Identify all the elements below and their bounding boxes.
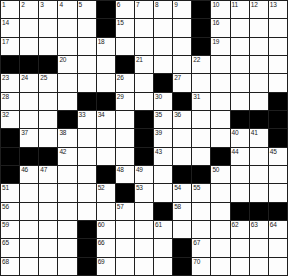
cell-r0c2[interactable]: 3	[39, 1, 57, 18]
cell-r0c8[interactable]: 8	[154, 1, 172, 18]
cell-r13c2[interactable]	[39, 239, 57, 256]
clue-number: 14	[2, 19, 9, 27]
block-cell-r8c1	[20, 148, 38, 165]
cell-r10c5[interactable]: 52	[97, 184, 115, 201]
clue-number: 53	[136, 184, 143, 192]
clue-number: 20	[59, 56, 66, 64]
clue-number: 29	[117, 93, 124, 101]
cell-r11c6[interactable]: 57	[116, 203, 134, 220]
cell-r1c0[interactable]: 14	[1, 19, 19, 36]
block-cell-r1c5	[97, 19, 115, 36]
block-cell-r4c8	[154, 74, 172, 91]
cell-r12c14[interactable]: 64	[269, 221, 287, 238]
block-cell-r13c9	[173, 239, 191, 256]
cell-r2c14[interactable]	[269, 38, 287, 55]
cell-r10c0[interactable]: 51	[1, 184, 19, 201]
cell-r12c5[interactable]: 60	[97, 221, 115, 238]
clue-number: 51	[2, 184, 9, 192]
cell-r14c2[interactable]	[39, 258, 57, 275]
cell-r2c12[interactable]	[231, 38, 249, 55]
cell-r11c2[interactable]	[39, 203, 57, 220]
cell-r9c13[interactable]	[250, 166, 268, 183]
clue-number: 54	[174, 184, 181, 192]
cell-r3c11[interactable]	[211, 56, 229, 73]
block-cell-r3c2	[39, 56, 57, 73]
cell-r3c8[interactable]	[154, 56, 172, 73]
clue-number: 24	[21, 74, 28, 82]
cell-r14c1[interactable]	[20, 258, 38, 275]
cell-r14c14[interactable]	[269, 258, 287, 275]
cell-r0c12[interactable]: 11	[231, 1, 249, 18]
cell-r6c0[interactable]: 32	[1, 111, 19, 128]
cell-r13c6[interactable]	[116, 239, 134, 256]
cell-r13c7[interactable]	[135, 239, 153, 256]
clue-number: 10	[212, 1, 219, 9]
cell-r6c6[interactable]	[116, 111, 134, 128]
block-cell-r9c5	[97, 166, 115, 183]
clue-number: 26	[117, 74, 124, 82]
cell-r0c11[interactable]: 10	[211, 1, 229, 18]
cell-r10c9[interactable]: 54	[173, 184, 191, 201]
cell-r9c7[interactable]: 49	[135, 166, 153, 183]
clue-number: 1	[2, 1, 5, 9]
cell-r5c10[interactable]: 31	[192, 93, 210, 110]
clue-number: 63	[251, 221, 258, 229]
block-cell-r8c11	[211, 148, 229, 165]
block-cell-r3c1	[20, 56, 38, 73]
cell-r8c14[interactable]: 45	[269, 148, 287, 165]
cell-r10c14[interactable]	[269, 184, 287, 201]
block-cell-r13c4	[78, 239, 96, 256]
cell-r11c4[interactable]	[78, 203, 96, 220]
block-cell-r7c14	[269, 129, 287, 146]
cell-r1c9[interactable]	[173, 19, 191, 36]
cell-r13c0[interactable]: 65	[1, 239, 19, 256]
cell-r4c14[interactable]	[269, 74, 287, 91]
cell-r5c13[interactable]	[250, 93, 268, 110]
cell-r2c3[interactable]	[58, 38, 76, 55]
cell-r2c7[interactable]	[135, 38, 153, 55]
cell-r8c6[interactable]	[116, 148, 134, 165]
cell-r0c9[interactable]: 9	[173, 1, 191, 18]
clue-number: 56	[2, 203, 9, 211]
cell-r7c12[interactable]: 40	[231, 129, 249, 146]
cell-r11c1[interactable]	[20, 203, 38, 220]
cell-r14c12[interactable]	[231, 258, 249, 275]
cell-r13c11[interactable]	[211, 239, 229, 256]
clue-number: 36	[174, 111, 181, 119]
cell-r4c12[interactable]	[231, 74, 249, 91]
cell-r13c14[interactable]	[269, 239, 287, 256]
cell-r2c4[interactable]	[78, 38, 96, 55]
block-cell-r12c4	[78, 221, 96, 238]
cell-r2c5[interactable]: 18	[97, 38, 115, 55]
clue-number: 3	[40, 1, 43, 9]
clue-number: 30	[155, 93, 162, 101]
clue-number: 18	[98, 38, 105, 46]
cell-r14c3[interactable]	[58, 258, 76, 275]
cell-r3c4[interactable]	[78, 56, 96, 73]
cell-r1c12[interactable]	[231, 19, 249, 36]
cell-r3c9[interactable]	[173, 56, 191, 73]
block-cell-r3c6	[116, 56, 134, 73]
clue-number: 34	[98, 111, 105, 119]
cell-r2c13[interactable]	[250, 38, 268, 55]
cell-r2c11[interactable]: 19	[211, 38, 229, 55]
cell-r8c9[interactable]	[173, 148, 191, 165]
cell-r4c7[interactable]	[135, 74, 153, 91]
clue-number: 33	[79, 111, 86, 119]
block-cell-r7c0	[1, 129, 19, 146]
block-cell-r0c10	[192, 1, 210, 18]
cell-r12c0[interactable]: 59	[1, 221, 19, 238]
clue-number: 52	[98, 184, 105, 192]
cell-r6c9[interactable]: 36	[173, 111, 191, 128]
cell-r2c2[interactable]	[39, 38, 57, 55]
block-cell-r2c10	[192, 38, 210, 55]
cell-r5c11[interactable]	[211, 93, 229, 110]
cell-r7c6[interactable]	[116, 129, 134, 146]
cell-r10c7[interactable]: 53	[135, 184, 153, 201]
cell-r4c3[interactable]	[58, 74, 76, 91]
cell-r9c14[interactable]	[269, 166, 287, 183]
clue-number: 46	[21, 166, 28, 174]
block-cell-r6c13	[250, 111, 268, 128]
cell-r4c13[interactable]	[250, 74, 268, 91]
cell-r4c10[interactable]	[192, 74, 210, 91]
cell-r2c9[interactable]	[173, 38, 191, 55]
cell-r4c0[interactable]: 23	[1, 74, 19, 91]
cell-r10c3[interactable]	[58, 184, 76, 201]
clue-number: 65	[2, 239, 9, 247]
clue-number: 61	[155, 221, 162, 229]
cell-r5c6[interactable]: 29	[116, 93, 134, 110]
clue-number: 42	[59, 148, 66, 156]
cell-r14c7[interactable]	[135, 258, 153, 275]
cell-r2c1[interactable]	[20, 38, 38, 55]
cell-r11c11[interactable]	[211, 203, 229, 220]
block-cell-r11c14	[269, 203, 287, 220]
cell-r4c1[interactable]: 24	[20, 74, 38, 91]
cell-r8c8[interactable]: 43	[154, 148, 172, 165]
block-cell-r7c7	[135, 129, 153, 146]
cell-r0c4[interactable]: 5	[78, 1, 96, 18]
cell-r6c1[interactable]	[20, 111, 38, 128]
cell-r14c11[interactable]	[211, 258, 229, 275]
cell-r13c12[interactable]	[231, 239, 249, 256]
cell-r11c10[interactable]	[192, 203, 210, 220]
cell-r7c8[interactable]: 39	[154, 129, 172, 146]
cell-r12c13[interactable]: 63	[250, 221, 268, 238]
clue-number: 58	[174, 203, 181, 211]
cell-r1c7[interactable]	[135, 19, 153, 36]
clue-number: 9	[174, 1, 177, 9]
cell-r4c9[interactable]: 27	[173, 74, 191, 91]
cell-r6c4[interactable]: 33	[78, 111, 96, 128]
clue-number: 8	[155, 1, 158, 9]
cell-r1c1[interactable]	[20, 19, 38, 36]
cell-r12c8[interactable]: 61	[154, 221, 172, 238]
cell-r7c4[interactable]	[78, 129, 96, 146]
cell-r6c10[interactable]	[192, 111, 210, 128]
clue-number: 68	[2, 258, 9, 266]
cell-r6c5[interactable]: 34	[97, 111, 115, 128]
cell-r0c7[interactable]: 7	[135, 1, 153, 18]
cell-r0c0[interactable]: 1	[1, 1, 19, 18]
block-cell-r8c7	[135, 148, 153, 165]
cell-r13c10[interactable]: 67	[192, 239, 210, 256]
block-cell-r14c4	[78, 258, 96, 275]
cell-r5c1[interactable]	[20, 93, 38, 110]
block-cell-r8c2	[39, 148, 57, 165]
cell-r3c13[interactable]	[250, 56, 268, 73]
clue-number: 48	[117, 166, 124, 174]
cell-r10c12[interactable]	[231, 184, 249, 201]
block-cell-r9c10	[192, 166, 210, 183]
clue-number: 27	[174, 74, 181, 82]
clue-number: 19	[212, 38, 219, 46]
cell-r9c3[interactable]	[58, 166, 76, 183]
clue-number: 22	[193, 56, 200, 64]
cell-r9c4[interactable]	[78, 166, 96, 183]
clue-number: 7	[136, 1, 139, 9]
clue-number: 5	[79, 1, 82, 9]
clue-number: 17	[2, 38, 9, 46]
cell-r5c8[interactable]: 30	[154, 93, 172, 110]
cell-r7c9[interactable]	[173, 129, 191, 146]
cell-r10c10[interactable]: 55	[192, 184, 210, 201]
clue-number: 49	[136, 166, 143, 174]
cell-r0c14[interactable]: 13	[269, 1, 287, 18]
block-cell-r11c8	[154, 203, 172, 220]
block-cell-r6c12	[231, 111, 249, 128]
block-cell-r5c14	[269, 93, 287, 110]
cell-r12c9[interactable]	[173, 221, 191, 238]
cell-r2c8[interactable]	[154, 38, 172, 55]
cell-r4c11[interactable]	[211, 74, 229, 91]
block-cell-r9c9	[173, 166, 191, 183]
cell-r3c12[interactable]	[231, 56, 249, 73]
cell-r7c5[interactable]	[97, 129, 115, 146]
block-cell-r0c5	[97, 1, 115, 18]
cell-r13c1[interactable]	[20, 239, 38, 256]
cell-r14c10[interactable]: 70	[192, 258, 210, 275]
cell-r0c3[interactable]: 4	[58, 1, 76, 18]
cell-r11c5[interactable]	[97, 203, 115, 220]
clue-number: 15	[117, 19, 124, 27]
cell-r7c2[interactable]	[39, 129, 57, 146]
cell-r13c5[interactable]: 66	[97, 239, 115, 256]
cell-r8c4[interactable]	[78, 148, 96, 165]
cell-r7c10[interactable]	[192, 129, 210, 146]
cell-r0c1[interactable]: 2	[20, 1, 38, 18]
cell-r0c13[interactable]: 12	[250, 1, 268, 18]
clue-number: 25	[40, 74, 47, 82]
clue-number: 64	[270, 221, 277, 229]
cell-r4c4[interactable]	[78, 74, 96, 91]
clue-number: 6	[117, 1, 120, 9]
cell-r9c6[interactable]: 48	[116, 166, 134, 183]
block-cell-r5c9	[173, 93, 191, 110]
clue-number: 70	[193, 258, 200, 266]
cell-r6c8[interactable]: 35	[154, 111, 172, 128]
cell-r9c2[interactable]: 47	[39, 166, 57, 183]
clue-number: 69	[98, 258, 105, 266]
clue-number: 37	[21, 129, 28, 137]
clue-number: 16	[212, 19, 219, 27]
block-cell-r6c14	[269, 111, 287, 128]
cell-r10c4[interactable]	[78, 184, 96, 201]
clue-number: 50	[212, 166, 219, 174]
clue-number: 45	[270, 148, 277, 156]
block-cell-r6c3	[58, 111, 76, 128]
cell-r7c1[interactable]: 37	[20, 129, 38, 146]
cell-r13c8[interactable]	[154, 239, 172, 256]
cell-r11c9[interactable]: 58	[173, 203, 191, 220]
cell-r10c1[interactable]	[20, 184, 38, 201]
cell-r11c7[interactable]	[135, 203, 153, 220]
cell-r12c11[interactable]	[211, 221, 229, 238]
cell-r4c5[interactable]	[97, 74, 115, 91]
cell-r6c11[interactable]	[211, 111, 229, 128]
clue-number: 4	[59, 1, 62, 9]
cell-r5c3[interactable]	[58, 93, 76, 110]
clue-number: 32	[2, 111, 9, 119]
cell-r2c0[interactable]: 17	[1, 38, 19, 55]
cell-r1c4[interactable]	[78, 19, 96, 36]
cell-r12c10[interactable]	[192, 221, 210, 238]
block-cell-r5c5	[97, 93, 115, 110]
clue-number: 47	[40, 166, 47, 174]
cell-r2c6[interactable]	[116, 38, 134, 55]
clue-number: 23	[2, 74, 9, 82]
cell-r1c11[interactable]: 16	[211, 19, 229, 36]
block-cell-r9c0	[1, 166, 19, 183]
clue-number: 12	[251, 1, 258, 9]
cell-r1c8[interactable]	[154, 19, 172, 36]
block-cell-r1c10	[192, 19, 210, 36]
block-cell-r10c6	[116, 184, 134, 201]
cell-r9c12[interactable]	[231, 166, 249, 183]
cell-r6c2[interactable]	[39, 111, 57, 128]
clue-number: 55	[193, 184, 200, 192]
clue-number: 44	[232, 148, 239, 156]
cell-r14c13[interactable]	[250, 258, 268, 275]
cell-r3c7[interactable]: 21	[135, 56, 153, 73]
cell-r3c10[interactable]: 22	[192, 56, 210, 73]
cell-r10c11[interactable]	[211, 184, 229, 201]
cell-r3c3[interactable]: 20	[58, 56, 76, 73]
cell-r14c6[interactable]	[116, 258, 134, 275]
cell-r10c8[interactable]	[154, 184, 172, 201]
clue-number: 67	[193, 239, 200, 247]
cell-r8c13[interactable]	[250, 148, 268, 165]
cell-r0c6[interactable]: 6	[116, 1, 134, 18]
clue-number: 35	[155, 111, 162, 119]
cell-r12c12[interactable]: 62	[231, 221, 249, 238]
clue-number: 28	[2, 93, 9, 101]
cell-r7c13[interactable]: 41	[250, 129, 268, 146]
block-cell-r11c13	[250, 203, 268, 220]
cell-r14c5[interactable]: 69	[97, 258, 115, 275]
cell-r4c6[interactable]: 26	[116, 74, 134, 91]
cell-r5c12[interactable]	[231, 93, 249, 110]
cell-r9c11[interactable]: 50	[211, 166, 229, 183]
cell-r11c3[interactable]	[58, 203, 76, 220]
clue-number: 31	[193, 93, 200, 101]
clue-number: 66	[98, 239, 105, 247]
block-cell-r6c7	[135, 111, 153, 128]
clue-number: 39	[155, 129, 162, 137]
crossword-grid: 1234567891011121314151617181920212223242…	[0, 0, 288, 276]
block-cell-r5c4	[78, 93, 96, 110]
cell-r12c2[interactable]	[39, 221, 57, 238]
cell-r12c3[interactable]	[58, 221, 76, 238]
cell-r8c5[interactable]	[97, 148, 115, 165]
cell-r10c2[interactable]	[39, 184, 57, 201]
cell-r12c6[interactable]	[116, 221, 134, 238]
cell-r5c2[interactable]	[39, 93, 57, 110]
cell-r4c2[interactable]: 25	[39, 74, 57, 91]
cell-r13c3[interactable]	[58, 239, 76, 256]
cell-r1c13[interactable]	[250, 19, 268, 36]
cell-r1c14[interactable]	[269, 19, 287, 36]
clue-number: 13	[270, 1, 277, 9]
cell-r12c1[interactable]	[20, 221, 38, 238]
clue-number: 11	[232, 1, 238, 9]
block-cell-r3c0	[1, 56, 19, 73]
clue-number: 57	[117, 203, 124, 211]
block-cell-r11c12	[231, 203, 249, 220]
clue-number: 62	[232, 221, 239, 229]
cell-r5c7[interactable]	[135, 93, 153, 110]
cell-r7c11[interactable]	[211, 129, 229, 146]
clue-number: 40	[232, 129, 239, 137]
cell-r1c3[interactable]	[58, 19, 76, 36]
cell-r14c0[interactable]: 68	[1, 258, 19, 275]
cell-r9c8[interactable]	[154, 166, 172, 183]
cell-r3c14[interactable]	[269, 56, 287, 73]
block-cell-r8c0	[1, 148, 19, 165]
cell-r9c1[interactable]: 46	[20, 166, 38, 183]
cell-r1c6[interactable]: 15	[116, 19, 134, 36]
cell-r13c13[interactable]	[250, 239, 268, 256]
clue-number: 21	[136, 56, 143, 64]
clue-number: 2	[21, 1, 24, 9]
cell-r11c0[interactable]: 56	[1, 203, 19, 220]
clue-number: 38	[59, 129, 66, 137]
clue-number: 59	[2, 221, 9, 229]
cell-r8c10[interactable]	[192, 148, 210, 165]
cell-r1c2[interactable]	[39, 19, 57, 36]
cell-r8c12[interactable]: 44	[231, 148, 249, 165]
cell-r8c3[interactable]: 42	[58, 148, 76, 165]
cell-r12c7[interactable]	[135, 221, 153, 238]
block-cell-r14c9	[173, 258, 191, 275]
cell-r10c13[interactable]	[250, 184, 268, 201]
cell-r5c0[interactable]: 28	[1, 93, 19, 110]
cell-r3c5[interactable]	[97, 56, 115, 73]
clue-number: 41	[251, 129, 258, 137]
clue-number: 43	[155, 148, 162, 156]
cell-r14c8[interactable]	[154, 258, 172, 275]
clue-number: 60	[98, 221, 105, 229]
cell-r7c3[interactable]: 38	[58, 129, 76, 146]
